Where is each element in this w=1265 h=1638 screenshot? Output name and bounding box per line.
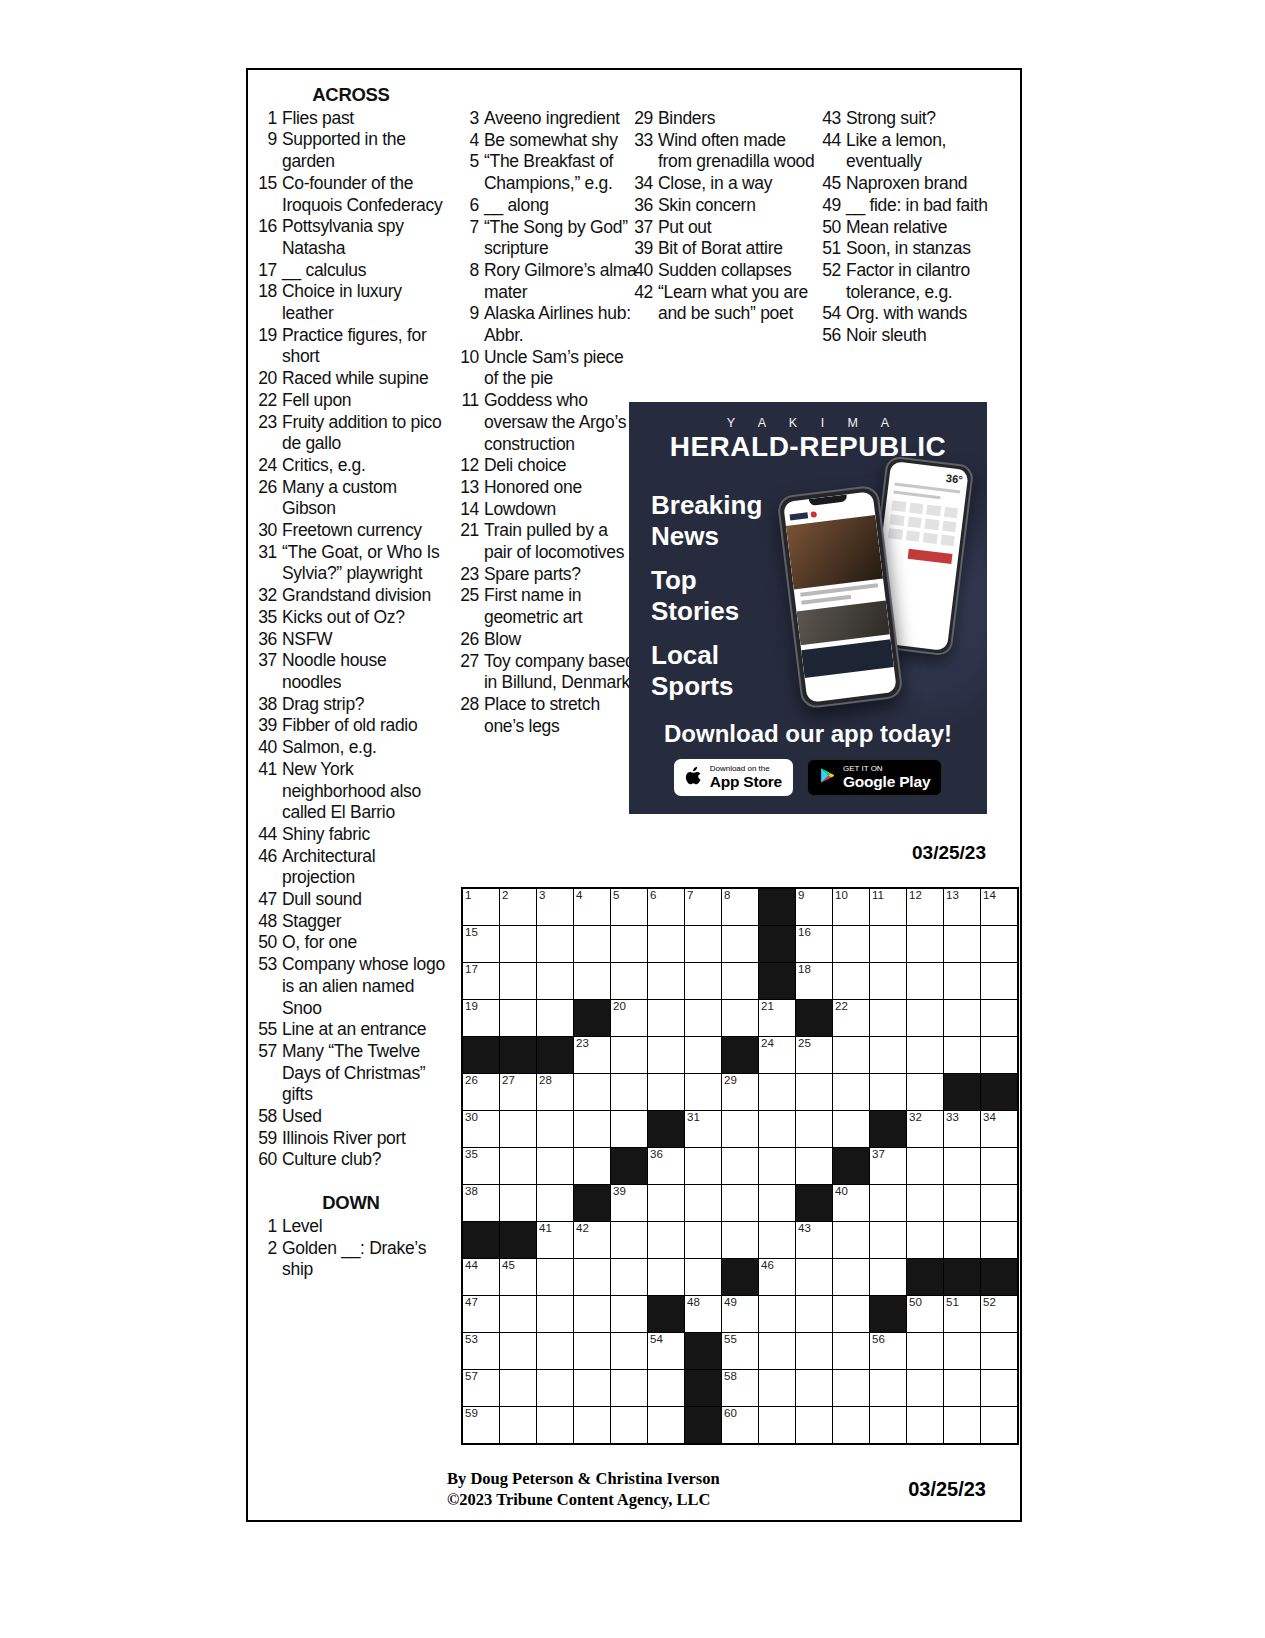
grid-cell-r9c13[interactable] [907,1185,943,1221]
clue-down-13: 13Honored one [456,477,638,499]
grid-cell-r8c2[interactable] [500,1148,536,1184]
clue-number: 3 [456,108,484,130]
grid-cell-r5c9[interactable]: 24 [759,1037,795,1073]
clue-text: Aveeno ingredient [484,108,638,130]
grid-cell-r3c14[interactable] [944,963,980,999]
grid-cell-r7c1[interactable]: 30 [463,1111,499,1147]
grid-cell-r7c14[interactable]: 33 [944,1111,980,1147]
grid-cell-r4c5[interactable]: 20 [611,1000,647,1036]
app-ad: Y A K I M A HERALD-REPUBLIC Breaking New… [629,402,987,814]
grid-cell-r13c8[interactable]: 55 [722,1333,758,1369]
clue-down-54: 54Org. with wands [818,303,1000,325]
grid-cell-r14c8[interactable]: 58 [722,1370,758,1406]
grid-cell-r12c15[interactable]: 52 [981,1296,1017,1332]
grid-cell-r15c1[interactable]: 59 [463,1407,499,1443]
grid-cell-r11c10[interactable] [796,1259,832,1295]
grid-cell-r13c9[interactable] [759,1333,795,1369]
grid-cell-r4c11[interactable]: 22 [833,1000,869,1036]
grid-cell-r2c3[interactable] [537,926,573,962]
clue-number: 18 [254,281,282,324]
grid-cell-r9c10-black [796,1185,832,1221]
grid-cell-r9c8[interactable] [722,1185,758,1221]
clue-number: 44 [254,824,282,846]
grid-cell-r7c2[interactable] [500,1111,536,1147]
grid-cell-r13c4[interactable] [574,1333,610,1369]
grid-cell-r8c6[interactable]: 36 [648,1148,684,1184]
grid-cell-r9c6[interactable] [648,1185,684,1221]
clue-number: 52 [818,260,846,303]
grid-cell-r12c9[interactable] [759,1296,795,1332]
clue-text: Many a custom Gibson [282,477,448,520]
grid-cell-r4c7[interactable] [685,1000,721,1036]
grid-cell-r12c7[interactable]: 48 [685,1296,721,1332]
grid-cell-r4c6[interactable] [648,1000,684,1036]
cell-number: 16 [798,926,811,939]
grid-cell-r4c4-black [574,1000,610,1036]
cell-number: 10 [835,889,848,902]
clue-number: 51 [818,238,846,260]
clue-text: Supported in the garden [282,129,448,172]
grid-cell-r11c9[interactable]: 46 [759,1259,795,1295]
grid-cell-r2c10[interactable]: 16 [796,926,832,962]
grid-cell-r5c15[interactable] [981,1037,1017,1073]
grid-cell-r4c2[interactable] [500,1000,536,1036]
grid-cell-r6c12[interactable] [870,1074,906,1110]
grid-cell-r15c13[interactable] [907,1407,943,1443]
grid-cell-r11c4[interactable] [574,1259,610,1295]
grid-cell-r8c10[interactable] [796,1148,832,1184]
clue-number: 25 [456,585,484,628]
grid-cell-r2c5[interactable] [611,926,647,962]
clue-text: Mean relative [846,217,1000,239]
cell-number: 7 [687,889,693,902]
cell-number: 42 [576,1222,589,1235]
clue-number: 6 [456,195,484,217]
grid-cell-r8c13[interactable] [907,1148,943,1184]
clue-number: 26 [254,477,282,520]
grid-cell-r1c13[interactable]: 12 [907,889,943,925]
cell-number: 1 [465,889,471,902]
clue-number: 1 [254,108,282,130]
grid-cell-r1c14[interactable]: 13 [944,889,980,925]
grid-cell-r1c1[interactable]: 1 [463,889,499,925]
clue-text: Deli choice [484,455,638,477]
clue-number: 50 [254,932,282,954]
grid-cell-r6c4[interactable] [574,1074,610,1110]
clue-number: 53 [254,954,282,1019]
app-logo [790,512,809,520]
grid-cell-r8c15[interactable] [981,1148,1017,1184]
grid-cell-r15c4[interactable] [574,1407,610,1443]
grid-cell-r10c11[interactable] [833,1222,869,1258]
grid-cell-r11c14-black [944,1259,980,1295]
cell-number: 52 [983,1296,996,1309]
clue-text: Salmon, e.g. [282,737,448,759]
clue-number: 39 [630,238,658,260]
clue-number: 34 [630,173,658,195]
grid-cell-r13c2[interactable] [500,1333,536,1369]
grid-cell-r14c1[interactable]: 57 [463,1370,499,1406]
grid-cell-r15c3[interactable] [537,1407,573,1443]
byline-block: By Doug Peterson & Christina Iverson ©20… [447,1468,720,1510]
grid-cell-r10c5[interactable] [611,1222,647,1258]
grid-cell-r2c13[interactable] [907,926,943,962]
grid-cell-r15c6[interactable] [648,1407,684,1443]
grid-cell-r13c1[interactable]: 53 [463,1333,499,1369]
cell-number: 45 [502,1259,515,1272]
grid-cell-r10c2-black [500,1222,536,1258]
cell-number: 9 [798,889,804,902]
grid-cell-r10c3[interactable]: 41 [537,1222,573,1258]
grid-cell-r2c7[interactable] [685,926,721,962]
grid-cell-r1c8[interactable]: 8 [722,889,758,925]
grid-cell-r3c15[interactable] [981,963,1017,999]
clue-down-23: 23Spare parts? [456,564,638,586]
grid-cell-r13c15[interactable] [981,1333,1017,1369]
clue-down-51: 51Soon, in stanzas [818,238,1000,260]
grid-cell-r8c12[interactable]: 37 [870,1148,906,1184]
grid-cell-r5c7[interactable] [685,1037,721,1073]
grid-cell-r7c13[interactable]: 32 [907,1111,943,1147]
cell-number: 31 [687,1111,700,1124]
grid-cell-r3c12[interactable] [870,963,906,999]
grid-cell-r1c11[interactable]: 10 [833,889,869,925]
grid-cell-r13c10[interactable] [796,1333,832,1369]
grid-cell-r11c2[interactable]: 45 [500,1259,536,1295]
grid-cell-r1c10[interactable]: 9 [796,889,832,925]
grid-cell-r6c10[interactable] [796,1074,832,1110]
ad-feature: Breaking News [651,490,783,552]
grid-cell-r10c9[interactable] [759,1222,795,1258]
grid-cell-r12c5[interactable] [611,1296,647,1332]
grid-cell-r10c10[interactable]: 43 [796,1222,832,1258]
grid-cell-r11c3[interactable] [537,1259,573,1295]
grid-cell-r4c3[interactable] [537,1000,573,1036]
clue-text: Freetown currency [282,520,448,542]
clue-number: 55 [254,1019,282,1041]
grid-cell-r6c3[interactable]: 28 [537,1074,573,1110]
clue-down-36: 36Skin concern [630,195,816,217]
grid-cell-r14c4[interactable] [574,1370,610,1406]
grid-cell-r3c4[interactable] [574,963,610,999]
cell-number: 46 [761,1259,774,1272]
grid-cell-r9c7[interactable] [685,1185,721,1221]
grid-cell-r7c15[interactable]: 34 [981,1111,1017,1147]
grid-cell-r10c6[interactable] [648,1222,684,1258]
grid-cell-r1c4[interactable]: 4 [574,889,610,925]
grid-cell-r15c8[interactable]: 60 [722,1407,758,1443]
clue-text: Skin concern [658,195,816,217]
grid-cell-r8c14[interactable] [944,1148,980,1184]
clue-text: Strong suit? [846,108,1000,130]
grid-cell-r1c9-black [759,889,795,925]
grid-cell-r14c5[interactable] [611,1370,647,1406]
grid-cell-r10c12[interactable] [870,1222,906,1258]
clue-number: 21 [456,520,484,563]
clue-across-59: 59Illinois River port [254,1128,448,1150]
grid-cell-r3c7[interactable] [685,963,721,999]
grid-cell-r5c2-black [500,1037,536,1073]
grid-cell-r12c14[interactable]: 51 [944,1296,980,1332]
grid-cell-r6c8[interactable]: 29 [722,1074,758,1110]
clue-number: 35 [254,607,282,629]
clue-number: 49 [818,195,846,217]
grid-cell-r14c11[interactable] [833,1370,869,1406]
grid-cell-r13c6[interactable]: 54 [648,1333,684,1369]
grid-cell-r10c1-black [463,1222,499,1258]
clue-text: Fruity addition to pico de gallo [282,412,448,455]
grid-cell-r2c11[interactable] [833,926,869,962]
grid-cell-r8c4[interactable] [574,1148,610,1184]
clue-down-25: 25First name in geometric art [456,585,638,628]
grid-cell-r14c10[interactable] [796,1370,832,1406]
grid-cell-r14c3[interactable] [537,1370,573,1406]
grid-cell-r4c14[interactable] [944,1000,980,1036]
puzzle-date-top: 03/25/23 [912,842,986,864]
grid-cell-r8c8[interactable] [722,1148,758,1184]
grid-cell-r2c6[interactable] [648,926,684,962]
grid-cell-r1c12[interactable]: 11 [870,889,906,925]
grid-cell-r5c14[interactable] [944,1037,980,1073]
grid-cell-r12c11[interactable] [833,1296,869,1332]
grid-cell-r14c12[interactable] [870,1370,906,1406]
grid-cell-r8c1[interactable]: 35 [463,1148,499,1184]
clue-across-39: 39Fibber of old radio [254,715,448,737]
grid-cell-r6c5[interactable] [611,1074,647,1110]
grid-cell-r7c5[interactable] [611,1111,647,1147]
grid-cell-r5c12[interactable] [870,1037,906,1073]
grid-cell-r12c10[interactable] [796,1296,832,1332]
google-play-badge[interactable]: GET IT ON Google Play [807,759,942,796]
grid-cell-r2c14[interactable] [944,926,980,962]
grid-cell-r14c15[interactable] [981,1370,1017,1406]
grid-cell-r3c8[interactable] [722,963,758,999]
grid-cell-r15c7-black [685,1407,721,1443]
cell-number: 54 [650,1333,663,1346]
grid-cell-r14c2[interactable] [500,1370,536,1406]
grid-cell-r2c15[interactable] [981,926,1017,962]
grid-cell-r1c6[interactable]: 6 [648,889,684,925]
grid-cell-r8c9[interactable] [759,1148,795,1184]
grid-cell-r11c5[interactable] [611,1259,647,1295]
grid-cell-r15c15[interactable] [981,1407,1017,1443]
clue-number: 58 [254,1106,282,1128]
grid-cell-r12c1[interactable]: 47 [463,1296,499,1332]
clue-text: Alaska Airlines hub: Abbr. [484,303,638,346]
grid-cell-r7c9[interactable] [759,1111,795,1147]
grid-cell-r11c15-black [981,1259,1017,1295]
grid-cell-r6c7[interactable] [685,1074,721,1110]
clue-down-39: 39Bit of Borat attire [630,238,816,260]
grid-cell-r1c7[interactable]: 7 [685,889,721,925]
cell-number: 60 [724,1407,737,1420]
grid-cell-r4c13[interactable] [907,1000,943,1036]
grid-cell-r2c4[interactable] [574,926,610,962]
clue-number: 32 [254,585,282,607]
grid-cell-r11c11[interactable] [833,1259,869,1295]
grid-cell-r5c5[interactable] [611,1037,647,1073]
grid-cell-r4c8[interactable] [722,1000,758,1036]
cell-number: 58 [724,1370,737,1383]
grid-cell-r2c8[interactable] [722,926,758,962]
grid-cell-r4c12[interactable] [870,1000,906,1036]
clue-number: 54 [818,303,846,325]
clue-number: 10 [456,347,484,390]
badge-bottom-text: App Store [710,774,782,790]
grid-cell-r3c13[interactable] [907,963,943,999]
grid-cell-r13c12[interactable]: 56 [870,1333,906,1369]
grid-cell-r5c13[interactable] [907,1037,943,1073]
grid-cell-r14c13[interactable] [907,1370,943,1406]
cell-number: 53 [465,1333,478,1346]
grid-cell-r3c5[interactable] [611,963,647,999]
clue-text: “The Goat, or Who Is Sylvia?” playwright [282,542,448,585]
grid-cell-r2c12[interactable] [870,926,906,962]
clue-text: Pottsylvania spy Natasha [282,216,448,259]
clue-across-19: 19Practice figures, for short [254,325,448,368]
grid-cell-r5c10[interactable]: 25 [796,1037,832,1073]
grid-cell-r10c4[interactable]: 42 [574,1222,610,1258]
grid-cell-r1c5[interactable]: 5 [611,889,647,925]
grid-cell-r13c5[interactable] [611,1333,647,1369]
grid-cell-r15c12[interactable] [870,1407,906,1443]
clue-text: Factor in cilantro tolerance, e.g. [846,260,1000,303]
grid-cell-r9c12[interactable] [870,1185,906,1221]
grid-cell-r9c1[interactable]: 38 [463,1185,499,1221]
grid-cell-r1c15[interactable]: 14 [981,889,1017,925]
grid-cell-r5c1-black [463,1037,499,1073]
grid-cell-r10c7[interactable] [685,1222,721,1258]
grid-cell-r12c2[interactable] [500,1296,536,1332]
grid-cell-r1c3[interactable]: 3 [537,889,573,925]
grid-cell-r4c15[interactable] [981,1000,1017,1036]
grid-cell-r12c13[interactable]: 50 [907,1296,943,1332]
clue-down-6: 6__ along [456,195,638,217]
clue-number: 39 [254,715,282,737]
clue-number: 48 [254,911,282,933]
grid-cell-r6c11[interactable] [833,1074,869,1110]
grid-cell-r14c14[interactable] [944,1370,980,1406]
grid-cell-r6c1[interactable]: 26 [463,1074,499,1110]
grid-cell-r7c10[interactable] [796,1111,832,1147]
cell-number: 23 [576,1037,589,1050]
grid-cell-r15c9[interactable] [759,1407,795,1443]
ad-feature: Top Stories [651,565,783,627]
copyright: ©2023 Tribune Content Agency, LLC [447,1489,720,1510]
grid-cell-r9c11[interactable]: 40 [833,1185,869,1221]
grid-cell-r9c15[interactable] [981,1185,1017,1221]
cell-number: 19 [465,1000,478,1013]
clue-text: __ along [484,195,638,217]
clue-number: 17 [254,260,282,282]
grid-cell-r7c7[interactable]: 31 [685,1111,721,1147]
grid-cell-r5c6[interactable] [648,1037,684,1073]
grid-cell-r4c1[interactable]: 19 [463,1000,499,1036]
clue-text: Lowdown [484,499,638,521]
grid-cell-r15c2[interactable] [500,1407,536,1443]
grid-cell-r9c5[interactable]: 39 [611,1185,647,1221]
grid-cell-r9c2[interactable] [500,1185,536,1221]
grid-cell-r13c11[interactable] [833,1333,869,1369]
grid-cell-r6c2[interactable]: 27 [500,1074,536,1110]
grid-cell-r6c6[interactable] [648,1074,684,1110]
cell-number: 20 [613,1000,626,1013]
grid-cell-r15c11[interactable] [833,1407,869,1443]
grid-cell-r13c3[interactable] [537,1333,573,1369]
grid-cell-r3c11[interactable] [833,963,869,999]
grid-cell-r15c14[interactable] [944,1407,980,1443]
grid-cell-r14c6[interactable] [648,1370,684,1406]
grid-cell-r13c13[interactable] [907,1333,943,1369]
grid-cell-r6c13[interactable] [907,1074,943,1110]
grid-cell-r11c6[interactable] [648,1259,684,1295]
grid-cell-r13c14[interactable] [944,1333,980,1369]
grid-cell-r14c9[interactable] [759,1370,795,1406]
grid-cell-r4c9[interactable]: 21 [759,1000,795,1036]
clue-number: 50 [818,217,846,239]
grid-cell-r5c4[interactable]: 23 [574,1037,610,1073]
grid-cell-r7c3[interactable] [537,1111,573,1147]
grid-cell-r7c8[interactable] [722,1111,758,1147]
grid-cell-r3c2[interactable] [500,963,536,999]
cell-number: 18 [798,963,811,976]
grid-cell-r10c8[interactable] [722,1222,758,1258]
cell-number: 56 [872,1333,885,1346]
cell-number: 35 [465,1148,478,1161]
grid-cell-r5c11[interactable] [833,1037,869,1073]
grid-cell-r2c1[interactable]: 15 [463,926,499,962]
grid-cell-r3c3[interactable] [537,963,573,999]
grid-cell-r4c10-black [796,1000,832,1036]
grid-cell-r3c1[interactable]: 17 [463,963,499,999]
clue-text: Spare parts? [484,564,638,586]
app-store-badge[interactable]: Download on the App Store [674,759,793,796]
grid-cell-r11c1[interactable]: 44 [463,1259,499,1295]
grid-cell-r15c10[interactable] [796,1407,832,1443]
clue-number: 14 [456,499,484,521]
grid-cell-r6c9[interactable] [759,1074,795,1110]
grid-cell-r10c15[interactable] [981,1222,1017,1258]
grid-cell-r7c4[interactable] [574,1111,610,1147]
cell-number: 33 [946,1111,959,1124]
grid-cell-r12c4[interactable] [574,1296,610,1332]
clue-text: Company whose logo is an alien named Sno… [282,954,448,1019]
grid-cell-r1c2[interactable]: 2 [500,889,536,925]
grid-cell-r11c12[interactable] [870,1259,906,1295]
grid-cell-r3c10[interactable]: 18 [796,963,832,999]
grid-cell-r10c14[interactable] [944,1222,980,1258]
clue-down-45: 45Naproxen brand [818,173,1000,195]
grid-cell-r9c3[interactable] [537,1185,573,1221]
grid-cell-r2c2[interactable] [500,926,536,962]
grid-cell-r12c3[interactable] [537,1296,573,1332]
grid-cell-r11c7[interactable] [685,1259,721,1295]
grid-cell-r15c5[interactable] [611,1407,647,1443]
grid-cell-r9c14[interactable] [944,1185,980,1221]
grid-cell-r8c3[interactable] [537,1148,573,1184]
clue-text: Shiny fabric [282,824,448,846]
grid-cell-r7c11[interactable] [833,1111,869,1147]
clue-across-32: 32Grandstand division [254,585,448,607]
grid-cell-r3c6[interactable] [648,963,684,999]
cell-number: 44 [465,1259,478,1272]
grid-cell-r8c7[interactable] [685,1148,721,1184]
clue-number: 45 [818,173,846,195]
clue-number: 59 [254,1128,282,1150]
grid-cell-r12c8[interactable]: 49 [722,1296,758,1332]
grid-cell-r9c9[interactable] [759,1185,795,1221]
grid-cell-r10c13[interactable] [907,1222,943,1258]
